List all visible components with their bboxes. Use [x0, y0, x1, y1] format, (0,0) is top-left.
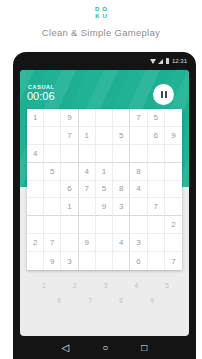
sudoku-cell[interactable] [96, 252, 113, 270]
sudoku-cell[interactable] [44, 216, 61, 234]
sudoku-cell[interactable]: 4 [27, 145, 44, 163]
numpad-digit-1[interactable]: 1 [40, 282, 48, 289]
sudoku-cell[interactable]: 4 [130, 181, 147, 199]
sudoku-cell[interactable]: 2 [165, 216, 182, 234]
sudoku-cell[interactable]: 9 [44, 252, 61, 270]
numpad-digit-9[interactable]: 9 [148, 297, 156, 304]
sudoku-cell[interactable]: 3 [61, 252, 78, 270]
sudoku-cell[interactable] [27, 252, 44, 270]
numpad-digit-7[interactable]: 7 [86, 297, 94, 304]
sudoku-cell[interactable] [44, 181, 61, 199]
sudoku-cell[interactable]: 5 [96, 181, 113, 199]
sudoku-cell[interactable]: 9 [79, 234, 96, 252]
sudoku-cell[interactable] [96, 109, 113, 127]
number-pad-row-2: 6789 [20, 297, 189, 304]
sudoku-cell[interactable] [148, 145, 165, 163]
sudoku-cell[interactable]: 1 [79, 127, 96, 145]
wifi-icon [150, 59, 156, 64]
sudoku-cell[interactable] [130, 198, 147, 216]
sudoku-cell[interactable] [148, 163, 165, 181]
sudoku-cell[interactable]: 5 [113, 127, 130, 145]
sudoku-cell[interactable] [148, 252, 165, 270]
numpad-digit-4[interactable]: 4 [132, 282, 140, 289]
logo-line-2: KU [0, 13, 202, 20]
sudoku-cell[interactable] [79, 145, 96, 163]
numpad-digit-3[interactable]: 3 [102, 282, 110, 289]
sudoku-cell[interactable] [148, 181, 165, 199]
sudoku-cell[interactable]: 5 [148, 109, 165, 127]
sudoku-cell[interactable] [27, 127, 44, 145]
sudoku-cell[interactable]: 2 [27, 234, 44, 252]
sudoku-cell[interactable] [44, 109, 61, 127]
sudoku-cell[interactable]: 1 [61, 198, 78, 216]
sudoku-cell[interactable] [44, 127, 61, 145]
sudoku-cell[interactable] [44, 198, 61, 216]
android-nav-bar: ◁ ○ □ [13, 336, 196, 359]
back-button[interactable]: ◁ [62, 343, 70, 353]
sudoku-cell[interactable]: 7 [165, 252, 182, 270]
sudoku-cell[interactable]: 3 [113, 198, 130, 216]
sudoku-cell[interactable] [130, 127, 147, 145]
sudoku-cell[interactable] [27, 163, 44, 181]
pause-button[interactable] [153, 84, 174, 105]
sudoku-cell[interactable] [27, 216, 44, 234]
sudoku-cell[interactable] [79, 216, 96, 234]
battery-icon [166, 58, 170, 64]
sudoku-cell[interactable]: 3 [130, 234, 147, 252]
sudoku-cell[interactable] [113, 145, 130, 163]
sudoku-cell[interactable]: 7 [130, 109, 147, 127]
phone-mockup: 12:31 CASUAL 00:06 197571569454186758419… [13, 52, 196, 359]
sudoku-cell[interactable] [61, 216, 78, 234]
game-timer: 00:06 [27, 90, 55, 102]
sudoku-cell[interactable] [165, 163, 182, 181]
sudoku-cell[interactable]: 7 [61, 127, 78, 145]
sudoku-cell[interactable]: 9 [165, 127, 182, 145]
status-bar: 12:31 [150, 57, 187, 65]
numpad-digit-2[interactable]: 2 [71, 282, 79, 289]
page: DO KU Clean & Simple Gameplay 12:31 CASU… [0, 0, 202, 359]
sudoku-cell[interactable] [96, 127, 113, 145]
sudoku-cell[interactable] [165, 109, 182, 127]
sudoku-cell[interactable] [96, 216, 113, 234]
sudoku-cell[interactable] [165, 198, 182, 216]
recents-button[interactable]: □ [141, 343, 147, 353]
sudoku-cell[interactable] [165, 234, 182, 252]
status-time: 12:31 [172, 58, 187, 64]
sudoku-cell[interactable] [61, 145, 78, 163]
sudoku-cell[interactable] [113, 216, 130, 234]
sudoku-cell[interactable] [96, 234, 113, 252]
numpad-digit-6[interactable]: 6 [55, 297, 63, 304]
number-pad-row-1: 12345 [20, 282, 189, 289]
sudoku-cell[interactable] [79, 198, 96, 216]
sudoku-cell[interactable] [113, 109, 130, 127]
sudoku-cell[interactable] [130, 145, 147, 163]
home-button[interactable]: ○ [102, 343, 108, 353]
sudoku-cell[interactable] [113, 252, 130, 270]
numpad-digit-8[interactable]: 8 [117, 297, 125, 304]
sudoku-cell[interactable] [148, 216, 165, 234]
sudoku-cell[interactable] [61, 234, 78, 252]
sudoku-cell[interactable] [130, 216, 147, 234]
sudoku-cell[interactable]: 8 [113, 181, 130, 199]
number-pad: 12345 6789 [20, 282, 189, 304]
sudoku-cell[interactable]: 9 [61, 109, 78, 127]
sudoku-cell[interactable]: 1 [96, 163, 113, 181]
doku-logo: DO KU [0, 6, 202, 20]
sudoku-cell[interactable]: 7 [148, 198, 165, 216]
sudoku-cell[interactable]: 7 [44, 234, 61, 252]
logo-line-1: DO [0, 6, 202, 13]
cell-signal-icon [158, 59, 163, 64]
pause-icon [165, 91, 167, 98]
sudoku-cell[interactable] [44, 145, 61, 163]
tagline: Clean & Simple Gameplay [0, 27, 202, 38]
sudoku-cell[interactable] [165, 145, 182, 163]
sudoku-cell[interactable]: 4 [113, 234, 130, 252]
sudoku-cell[interactable]: 9 [96, 198, 113, 216]
sudoku-cell[interactable]: 6 [130, 252, 147, 270]
sudoku-cell[interactable] [27, 181, 44, 199]
sudoku-cell[interactable] [79, 109, 96, 127]
sudoku-cell[interactable] [61, 163, 78, 181]
sudoku-cell[interactable] [148, 234, 165, 252]
sudoku-cell[interactable] [113, 163, 130, 181]
app-screen: CASUAL 00:06 197571569454186758419372279… [20, 70, 189, 336]
sudoku-cell[interactable]: 6 [148, 127, 165, 145]
pause-icon [161, 91, 163, 98]
sudoku-cell[interactable] [96, 145, 113, 163]
numpad-digit-5[interactable]: 5 [163, 282, 171, 289]
sudoku-board: 197571569454186758419372279439367 [27, 109, 182, 270]
sudoku-cell[interactable]: 5 [44, 163, 61, 181]
sudoku-cell[interactable] [165, 181, 182, 199]
sudoku-cell[interactable] [27, 198, 44, 216]
sudoku-cell[interactable]: 8 [130, 163, 147, 181]
sudoku-cell[interactable]: 6 [61, 181, 78, 199]
sudoku-cell[interactable]: 7 [79, 181, 96, 199]
sudoku-cell[interactable] [79, 252, 96, 270]
sudoku-cell[interactable]: 4 [79, 163, 96, 181]
sudoku-cell[interactable]: 1 [27, 109, 44, 127]
